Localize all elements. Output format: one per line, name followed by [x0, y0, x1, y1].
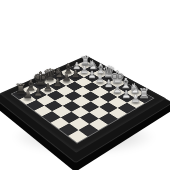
perspective-scene: ♜♞♝♛♚♝♞♜♟♟♟♟♟♟♟♟♝♞♛♚♝♜♟♟♟♟♟♟	[0, 0, 170, 170]
chess-board	[0, 56, 166, 153]
chess-set-product-photo: ♜♞♝♛♚♝♞♜♟♟♟♟♟♟♟♟♝♞♛♚♝♜♟♟♟♟♟♟	[0, 0, 170, 170]
